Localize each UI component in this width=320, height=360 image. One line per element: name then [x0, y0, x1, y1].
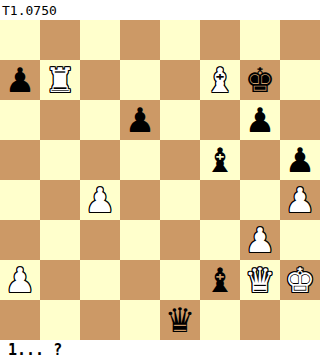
square-e4[interactable] [160, 180, 200, 220]
square-h4[interactable]: ♟ [280, 180, 320, 220]
square-d4[interactable] [120, 180, 160, 220]
square-f3[interactable] [200, 220, 240, 260]
square-e2[interactable] [160, 260, 200, 300]
square-c3[interactable] [80, 220, 120, 260]
square-g8[interactable] [240, 20, 280, 60]
square-d1[interactable] [120, 300, 160, 340]
square-b4[interactable] [40, 180, 80, 220]
black-pawn-a7[interactable]: ♟ [0, 60, 40, 100]
square-a1[interactable] [0, 300, 40, 340]
square-f6[interactable] [200, 100, 240, 140]
square-a2[interactable]: ♟ [0, 260, 40, 300]
square-g2[interactable]: ♛ [240, 260, 280, 300]
black-pawn-h5[interactable]: ♟ [280, 140, 320, 180]
square-c6[interactable] [80, 100, 120, 140]
white-king-h2[interactable]: ♚ [280, 260, 320, 300]
square-f5[interactable]: ♝ [200, 140, 240, 180]
square-b6[interactable] [40, 100, 80, 140]
square-d8[interactable] [120, 20, 160, 60]
black-pawn-d6[interactable]: ♟ [120, 100, 160, 140]
square-e1[interactable]: ♛ [160, 300, 200, 340]
square-d6[interactable]: ♟ [120, 100, 160, 140]
square-b7[interactable]: ♜ [40, 60, 80, 100]
square-f4[interactable] [200, 180, 240, 220]
square-f1[interactable] [200, 300, 240, 340]
square-a8[interactable] [0, 20, 40, 60]
square-e7[interactable] [160, 60, 200, 100]
square-c1[interactable] [80, 300, 120, 340]
square-b5[interactable] [40, 140, 80, 180]
square-h5[interactable]: ♟ [280, 140, 320, 180]
square-d2[interactable] [120, 260, 160, 300]
square-b3[interactable] [40, 220, 80, 260]
square-e8[interactable] [160, 20, 200, 60]
square-g7[interactable]: ♚ [240, 60, 280, 100]
square-a6[interactable] [0, 100, 40, 140]
black-bishop-f2[interactable]: ♝ [200, 260, 240, 300]
white-pawn-c4[interactable]: ♟ [80, 180, 120, 220]
puzzle-id-label: T1.0750 [0, 0, 320, 20]
square-a4[interactable] [0, 180, 40, 220]
square-h1[interactable] [280, 300, 320, 340]
square-a3[interactable] [0, 220, 40, 260]
white-pawn-h4[interactable]: ♟ [280, 180, 320, 220]
square-g5[interactable] [240, 140, 280, 180]
white-queen-g2[interactable]: ♛ [240, 260, 280, 300]
square-b8[interactable] [40, 20, 80, 60]
square-b2[interactable] [40, 260, 80, 300]
square-g6[interactable]: ♟ [240, 100, 280, 140]
square-d5[interactable] [120, 140, 160, 180]
white-pawn-a2[interactable]: ♟ [0, 260, 40, 300]
square-c7[interactable] [80, 60, 120, 100]
square-c4[interactable]: ♟ [80, 180, 120, 220]
square-d3[interactable] [120, 220, 160, 260]
square-c5[interactable] [80, 140, 120, 180]
square-c8[interactable] [80, 20, 120, 60]
chess-puzzle-window: T1.0750 ♟♜♝♚♟♟♝♟♟♟♟♟♝♛♚♛ 1... ? [0, 0, 320, 360]
white-bishop-f7[interactable]: ♝ [200, 60, 240, 100]
white-pawn-g3[interactable]: ♟ [240, 220, 280, 260]
black-pawn-g6[interactable]: ♟ [240, 100, 280, 140]
square-h6[interactable] [280, 100, 320, 140]
black-bishop-f5[interactable]: ♝ [200, 140, 240, 180]
black-king-g7[interactable]: ♚ [240, 60, 280, 100]
square-b1[interactable] [40, 300, 80, 340]
square-f2[interactable]: ♝ [200, 260, 240, 300]
white-rook-b7[interactable]: ♜ [40, 60, 80, 100]
chess-board: ♟♜♝♚♟♟♝♟♟♟♟♟♝♛♚♛ [0, 20, 320, 340]
square-g1[interactable] [240, 300, 280, 340]
square-h8[interactable] [280, 20, 320, 60]
square-g4[interactable] [240, 180, 280, 220]
move-prompt-label: 1... ? [0, 340, 320, 360]
square-e6[interactable] [160, 100, 200, 140]
square-d7[interactable] [120, 60, 160, 100]
square-a5[interactable] [0, 140, 40, 180]
black-queen-e1[interactable]: ♛ [160, 300, 200, 340]
square-c2[interactable] [80, 260, 120, 300]
square-h7[interactable] [280, 60, 320, 100]
square-f8[interactable] [200, 20, 240, 60]
square-a7[interactable]: ♟ [0, 60, 40, 100]
square-e3[interactable] [160, 220, 200, 260]
square-h2[interactable]: ♚ [280, 260, 320, 300]
square-f7[interactable]: ♝ [200, 60, 240, 100]
square-e5[interactable] [160, 140, 200, 180]
square-g3[interactable]: ♟ [240, 220, 280, 260]
square-h3[interactable] [280, 220, 320, 260]
